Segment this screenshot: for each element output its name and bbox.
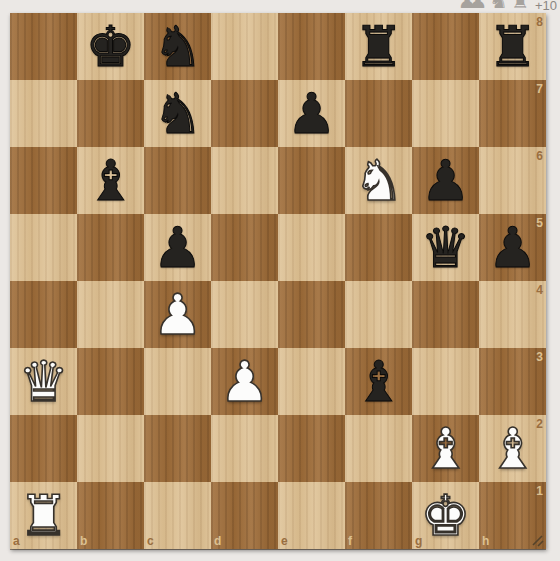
square-e6[interactable] [278,147,345,214]
square-c3[interactable] [144,348,211,415]
piece-white-pawn[interactable]: ♟ [211,348,278,415]
piece-white-queen[interactable]: ♛ [10,348,77,415]
square-h2[interactable]: ♝2 [479,415,546,482]
square-d3[interactable]: ♟ [211,348,278,415]
square-d4[interactable] [211,281,278,348]
piece-white-rook[interactable]: ♜ [10,482,77,549]
square-d8[interactable] [211,13,278,80]
square-g5[interactable]: ♛ [412,214,479,281]
square-c7[interactable]: ♞ [144,80,211,147]
rank-label-3: 3 [536,350,543,364]
square-b2[interactable] [77,415,144,482]
square-b6[interactable]: ♝ [77,147,144,214]
square-a3[interactable]: ♛ [10,348,77,415]
square-e5[interactable] [278,214,345,281]
rank-label-5: 5 [536,216,543,230]
rank-label-8: 8 [536,15,543,29]
square-h3[interactable]: 3 [479,348,546,415]
captured-rook-icon: ♜ [511,0,530,12]
square-a6[interactable] [10,147,77,214]
piece-black-pawn[interactable]: ♟ [412,147,479,214]
piece-black-king[interactable]: ♚ [77,13,144,80]
chess-board[interactable]: ♚♞♜♜8♞♟7♝♞♟6♟♛♟5♟4♛♟♝3♝♝2♜abcdef♚gh1 [10,13,546,549]
square-h8[interactable]: ♜8 [479,13,546,80]
square-g6[interactable]: ♟ [412,147,479,214]
captured-knight-icon: ♞ [489,0,508,12]
square-c5[interactable]: ♟ [144,214,211,281]
square-f1[interactable]: f [345,482,412,549]
file-label-e: e [281,534,288,548]
rank-label-6: 6 [536,149,543,163]
file-label-b: b [80,534,87,548]
square-c1[interactable]: c [144,482,211,549]
piece-black-bishop[interactable]: ♝ [345,348,412,415]
square-a8[interactable] [10,13,77,80]
piece-black-bishop[interactable]: ♝ [77,147,144,214]
piece-white-pawn[interactable]: ♟ [144,281,211,348]
square-d7[interactable] [211,80,278,147]
square-f8[interactable]: ♜ [345,13,412,80]
square-e2[interactable] [278,415,345,482]
square-g2[interactable]: ♝ [412,415,479,482]
piece-white-bishop[interactable]: ♝ [412,415,479,482]
square-d2[interactable] [211,415,278,482]
rank-label-2: 2 [536,417,543,431]
square-d1[interactable]: d [211,482,278,549]
square-h4[interactable]: 4 [479,281,546,348]
square-h5[interactable]: ♟5 [479,214,546,281]
square-c8[interactable]: ♞ [144,13,211,80]
square-f5[interactable] [345,214,412,281]
square-e1[interactable]: e [278,482,345,549]
page: { "game": "chess", "position": { "fen": … [0,0,560,561]
square-e4[interactable] [278,281,345,348]
square-c4[interactable]: ♟ [144,281,211,348]
square-a1[interactable]: ♜a [10,482,77,549]
square-b4[interactable] [77,281,144,348]
square-g8[interactable] [412,13,479,80]
square-f6[interactable]: ♞ [345,147,412,214]
square-b1[interactable]: b [77,482,144,549]
file-label-d: d [214,534,221,548]
square-h7[interactable]: 7 [479,80,546,147]
file-label-g: g [415,534,422,548]
file-label-a: a [13,534,20,548]
square-e8[interactable] [278,13,345,80]
file-label-c: c [147,534,154,548]
file-label-f: f [348,534,352,548]
square-d6[interactable] [211,147,278,214]
square-f2[interactable] [345,415,412,482]
square-d5[interactable] [211,214,278,281]
square-g1[interactable]: ♚g [412,482,479,549]
piece-white-knight[interactable]: ♞ [345,147,412,214]
piece-black-pawn[interactable]: ♟ [278,80,345,147]
square-c2[interactable] [144,415,211,482]
square-f7[interactable] [345,80,412,147]
square-g3[interactable] [412,348,479,415]
board-resize-handle-icon[interactable] [530,533,545,548]
file-label-h: h [482,534,489,548]
square-a7[interactable] [10,80,77,147]
square-b3[interactable] [77,348,144,415]
square-f4[interactable] [345,281,412,348]
square-f3[interactable]: ♝ [345,348,412,415]
material-advantage: +10 [535,0,557,13]
square-b7[interactable] [77,80,144,147]
piece-black-knight[interactable]: ♞ [144,13,211,80]
rank-label-1: 1 [536,484,543,498]
square-a5[interactable] [10,214,77,281]
square-e3[interactable] [278,348,345,415]
square-a2[interactable] [10,415,77,482]
piece-black-pawn[interactable]: ♟ [144,214,211,281]
square-a4[interactable] [10,281,77,348]
square-b8[interactable]: ♚ [77,13,144,80]
square-c6[interactable] [144,147,211,214]
square-e7[interactable]: ♟ [278,80,345,147]
piece-black-rook[interactable]: ♜ [345,13,412,80]
material-bar: ♟♟♞♜ +10 [0,0,557,13]
square-g4[interactable] [412,281,479,348]
captured-pawn-icon: ♟ [468,0,487,12]
rank-label-7: 7 [536,82,543,96]
piece-black-knight[interactable]: ♞ [144,80,211,147]
square-g7[interactable] [412,80,479,147]
piece-black-queen[interactable]: ♛ [412,214,479,281]
rank-label-4: 4 [536,283,543,297]
captured-pieces-tray: ♟♟♞♜ [458,0,530,12]
square-h6[interactable]: 6 [479,147,546,214]
square-b5[interactable] [77,214,144,281]
